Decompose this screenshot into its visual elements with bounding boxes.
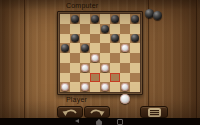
back-icon[interactable]: [75, 119, 79, 123]
board-square[interactable]: [100, 73, 110, 83]
board-square[interactable]: [90, 73, 100, 83]
board-square[interactable]: [70, 43, 80, 53]
black-piece[interactable]: [101, 25, 109, 33]
board-square[interactable]: [80, 82, 90, 92]
redo-arrow-icon: [89, 108, 105, 116]
board-square[interactable]: [130, 34, 140, 44]
board-square[interactable]: [130, 82, 140, 92]
board-square[interactable]: [110, 43, 120, 53]
computer-label: Computer: [66, 2, 98, 10]
board-square[interactable]: [120, 63, 130, 73]
board-square[interactable]: [90, 43, 100, 53]
menu-icon: [148, 108, 161, 117]
board-square[interactable]: [100, 53, 110, 63]
board-square[interactable]: [100, 24, 110, 34]
white-piece[interactable]: [61, 83, 69, 91]
black-piece[interactable]: [131, 15, 139, 23]
recents-icon[interactable]: [117, 119, 123, 125]
wood-plank-seam: [196, 0, 198, 125]
checkers-board: [57, 11, 143, 95]
board-square[interactable]: [110, 24, 120, 34]
board-square[interactable]: [70, 24, 80, 34]
black-piece[interactable]: [111, 15, 119, 23]
undo-button[interactable]: [57, 106, 83, 118]
board-square[interactable]: [110, 14, 120, 24]
board-square[interactable]: [120, 24, 130, 34]
board-square[interactable]: [110, 53, 120, 63]
black-piece[interactable]: [131, 34, 139, 42]
board-square[interactable]: [110, 73, 120, 83]
board-square[interactable]: [110, 63, 120, 73]
board-square[interactable]: [100, 82, 110, 92]
white-piece[interactable]: [101, 64, 109, 72]
black-piece[interactable]: [91, 15, 99, 23]
board-square[interactable]: [90, 24, 100, 34]
black-piece[interactable]: [71, 34, 79, 42]
board-square[interactable]: [100, 34, 110, 44]
home-icon[interactable]: [96, 119, 102, 125]
white-piece[interactable]: [101, 83, 109, 91]
board-square[interactable]: [80, 53, 90, 63]
android-nav-bar: [0, 118, 200, 125]
board-square[interactable]: [110, 82, 120, 92]
player-label: Player: [66, 96, 87, 104]
board-square[interactable]: [130, 53, 140, 63]
white-piece[interactable]: [91, 54, 99, 62]
board-square[interactable]: [70, 82, 80, 92]
board-square[interactable]: [80, 24, 90, 34]
undo-arrow-icon: [62, 108, 78, 116]
board-square[interactable]: [120, 43, 130, 53]
black-piece[interactable]: [61, 44, 69, 52]
board-square[interactable]: [120, 34, 130, 44]
black-piece[interactable]: [111, 34, 119, 42]
white-piece[interactable]: [121, 83, 129, 91]
board-square[interactable]: [130, 43, 140, 53]
redo-button[interactable]: [84, 106, 110, 118]
board-square[interactable]: [80, 43, 90, 53]
board-square[interactable]: [130, 24, 140, 34]
board-square[interactable]: [60, 34, 70, 44]
board-square[interactable]: [60, 24, 70, 34]
white-piece[interactable]: [121, 44, 129, 52]
board-square[interactable]: [90, 34, 100, 44]
board-square[interactable]: [80, 34, 90, 44]
board-square[interactable]: [70, 14, 80, 24]
board-square[interactable]: [100, 43, 110, 53]
board-square[interactable]: [130, 14, 140, 24]
board-square[interactable]: [60, 63, 70, 73]
board-square[interactable]: [90, 53, 100, 63]
board-square[interactable]: [120, 53, 130, 63]
board-square[interactable]: [60, 14, 70, 24]
board-square[interactable]: [100, 14, 110, 24]
board-square[interactable]: [80, 63, 90, 73]
board-square[interactable]: [60, 73, 70, 83]
board-square[interactable]: [110, 34, 120, 44]
board-square[interactable]: [100, 63, 110, 73]
black-piece[interactable]: [81, 44, 89, 52]
board-square[interactable]: [120, 82, 130, 92]
black-piece[interactable]: [71, 15, 79, 23]
board-square[interactable]: [60, 43, 70, 53]
board-square[interactable]: [80, 73, 90, 83]
board-square[interactable]: [70, 53, 80, 63]
checkers-app-screen: Computer Player: [0, 0, 200, 125]
white-piece[interactable]: [81, 64, 89, 72]
board-square[interactable]: [90, 14, 100, 24]
board-square[interactable]: [120, 14, 130, 24]
board-square[interactable]: [90, 63, 100, 73]
board-square[interactable]: [130, 73, 140, 83]
board-square[interactable]: [120, 73, 130, 83]
white-piece[interactable]: [81, 83, 89, 91]
wood-plank-seam: [24, 0, 26, 125]
board-square[interactable]: [70, 34, 80, 44]
menu-button[interactable]: [140, 106, 168, 118]
board-square[interactable]: [80, 14, 90, 24]
board-square[interactable]: [60, 53, 70, 63]
captured-white-piece: [120, 94, 130, 104]
board-square[interactable]: [70, 73, 80, 83]
board-square[interactable]: [90, 82, 100, 92]
captured-black-piece: [153, 11, 162, 20]
board-square[interactable]: [70, 63, 80, 73]
board-square[interactable]: [60, 82, 70, 92]
board-square[interactable]: [130, 63, 140, 73]
board-grid: [60, 14, 140, 92]
